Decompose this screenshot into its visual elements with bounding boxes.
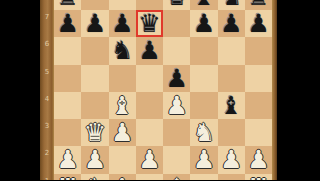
square-b5[interactable]	[81, 65, 108, 92]
square-a2[interactable]: ♟	[54, 146, 81, 173]
square-c1[interactable]: ♝	[109, 174, 136, 181]
piece-white-knight: ♞	[84, 174, 106, 180]
square-e3[interactable]	[163, 119, 190, 146]
board-frame-left: 87654321	[40, 0, 54, 180]
rank-label-6: 6	[40, 40, 54, 48]
piece-black-bishop: ♝	[220, 92, 242, 119]
square-c3[interactable]: ♟	[109, 119, 136, 146]
square-h6[interactable]	[245, 37, 272, 64]
square-b1[interactable]: ♞	[81, 174, 108, 181]
piece-black-pawn: ♟	[247, 10, 269, 37]
square-f6[interactable]	[190, 37, 217, 64]
piece-black-pawn: ♟	[84, 10, 106, 37]
rank-label-1: 1	[40, 177, 54, 181]
square-c2[interactable]	[109, 146, 136, 173]
square-a1[interactable]: ♜	[54, 174, 81, 181]
square-g4[interactable]: ♝	[218, 92, 245, 119]
square-h1[interactable]: ♜	[245, 174, 272, 181]
square-e1[interactable]: ♚	[163, 174, 190, 181]
piece-white-pawn: ♟	[84, 146, 106, 173]
rank-label-7: 7	[40, 13, 54, 21]
square-b4[interactable]	[81, 92, 108, 119]
piece-black-knight: ♞	[111, 37, 133, 64]
square-d5[interactable]	[136, 65, 163, 92]
piece-white-king: ♚	[165, 174, 187, 180]
square-f3[interactable]: ♞	[190, 119, 217, 146]
piece-black-pawn: ♟	[165, 65, 187, 92]
piece-black-pawn: ♟	[111, 10, 133, 37]
piece-black-pawn: ♟	[56, 10, 78, 37]
square-b7[interactable]: ♟	[81, 10, 108, 37]
square-e2[interactable]	[163, 146, 190, 173]
piece-white-rook: ♜	[56, 174, 78, 180]
piece-black-king: ♚	[165, 0, 187, 10]
square-e7[interactable]	[163, 10, 190, 37]
square-a3[interactable]	[54, 119, 81, 146]
square-c4[interactable]: ♝	[109, 92, 136, 119]
rank-label-4: 4	[40, 95, 54, 103]
piece-white-bishop: ♝	[111, 92, 133, 119]
piece-white-pawn: ♟	[247, 146, 269, 173]
square-e5[interactable]: ♟	[163, 65, 190, 92]
square-d7[interactable]: ♛	[136, 10, 163, 37]
square-e6[interactable]	[163, 37, 190, 64]
piece-black-pawn: ♟	[193, 10, 215, 37]
square-d2[interactable]: ♟	[136, 146, 163, 173]
square-d1[interactable]	[136, 174, 163, 181]
piece-white-pawn: ♟	[56, 146, 78, 173]
piece-black-queen: ♛	[138, 10, 160, 37]
square-f5[interactable]	[190, 65, 217, 92]
piece-white-knight: ♞	[193, 119, 215, 146]
square-a7[interactable]: ♟	[54, 10, 81, 37]
square-h7[interactable]: ♟	[245, 10, 272, 37]
piece-white-bishop: ♝	[111, 174, 133, 180]
video-frame: 87654321 ♜♚♝♞♜♟♟♟♛♟♟♟♞♟♟♝♟♝♛♟♞♟♟♟♟♟♟♜♞♝♚…	[0, 0, 320, 180]
rank-label-2: 2	[40, 149, 54, 157]
square-d4[interactable]	[136, 92, 163, 119]
chess-board[interactable]: ♜♚♝♞♜♟♟♟♛♟♟♟♞♟♟♝♟♝♛♟♞♟♟♟♟♟♟♜♞♝♚♜	[54, 0, 272, 180]
piece-black-pawn: ♟	[220, 10, 242, 37]
piece-black-pawn: ♟	[138, 37, 160, 64]
piece-white-queen: ♛	[84, 119, 106, 146]
square-e4[interactable]: ♟	[163, 92, 190, 119]
rank-label-3: 3	[40, 122, 54, 130]
square-d6[interactable]: ♟	[136, 37, 163, 64]
square-e8[interactable]: ♚	[163, 0, 190, 10]
square-a6[interactable]	[54, 37, 81, 64]
piece-white-pawn: ♟	[138, 146, 160, 173]
letterbox-right	[277, 0, 320, 180]
square-g5[interactable]	[218, 65, 245, 92]
square-g2[interactable]: ♟	[218, 146, 245, 173]
square-g7[interactable]: ♟	[218, 10, 245, 37]
square-d3[interactable]	[136, 119, 163, 146]
piece-white-pawn: ♟	[165, 92, 187, 119]
square-c5[interactable]	[109, 65, 136, 92]
square-g6[interactable]	[218, 37, 245, 64]
square-c7[interactable]: ♟	[109, 10, 136, 37]
square-a4[interactable]	[54, 92, 81, 119]
square-b2[interactable]: ♟	[81, 146, 108, 173]
square-h4[interactable]	[245, 92, 272, 119]
square-h5[interactable]	[245, 65, 272, 92]
square-b3[interactable]: ♛	[81, 119, 108, 146]
board-frame-right	[272, 0, 277, 180]
piece-white-pawn: ♟	[111, 119, 133, 146]
piece-white-pawn: ♟	[193, 146, 215, 173]
square-c6[interactable]: ♞	[109, 37, 136, 64]
square-h3[interactable]	[245, 119, 272, 146]
square-h2[interactable]: ♟	[245, 146, 272, 173]
square-f1[interactable]	[190, 174, 217, 181]
piece-white-rook: ♜	[247, 174, 269, 180]
rank-label-5: 5	[40, 68, 54, 76]
square-b6[interactable]	[81, 37, 108, 64]
letterbox-left	[0, 0, 40, 180]
piece-white-pawn: ♟	[220, 146, 242, 173]
square-g3[interactable]	[218, 119, 245, 146]
square-a5[interactable]	[54, 65, 81, 92]
square-f2[interactable]: ♟	[190, 146, 217, 173]
square-f7[interactable]: ♟	[190, 10, 217, 37]
square-f4[interactable]	[190, 92, 217, 119]
square-g1[interactable]	[218, 174, 245, 181]
